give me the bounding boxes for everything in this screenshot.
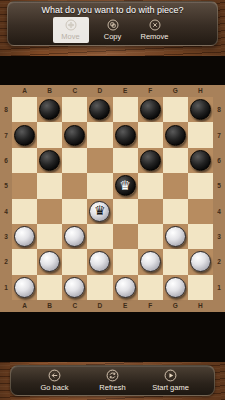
dialog-title: What do you want to do with piece? bbox=[8, 4, 217, 16]
square-H7[interactable] bbox=[188, 122, 213, 147]
file-label-H: H bbox=[188, 85, 213, 97]
square-G8[interactable] bbox=[163, 97, 188, 122]
square-A3[interactable] bbox=[12, 224, 37, 249]
square-F8[interactable] bbox=[138, 97, 163, 122]
rank-label-5: 5 bbox=[213, 173, 225, 198]
square-C2[interactable] bbox=[62, 249, 87, 274]
move-button-label: Move bbox=[61, 32, 79, 41]
black-man-H6[interactable] bbox=[190, 150, 211, 171]
square-G5[interactable] bbox=[163, 173, 188, 198]
square-E8[interactable] bbox=[113, 97, 138, 122]
file-label-C: C bbox=[62, 85, 87, 97]
white-king-D4[interactable]: ♛ bbox=[89, 201, 110, 222]
piece-action-dialog: What do you want to do with piece? Move bbox=[7, 1, 218, 46]
square-G4[interactable] bbox=[163, 199, 188, 224]
file-label-A: A bbox=[12, 300, 37, 312]
rank-label-4: 4 bbox=[0, 199, 12, 224]
square-C6[interactable] bbox=[62, 148, 87, 173]
checkers-board: ABCDEFGH ABCDEFGH 87654321 87654321 ♛♛ bbox=[0, 85, 225, 312]
white-man-E1[interactable] bbox=[115, 277, 136, 298]
black-man-D8[interactable] bbox=[89, 99, 110, 120]
black-man-G7[interactable] bbox=[165, 125, 186, 146]
square-H5[interactable] bbox=[188, 173, 213, 198]
square-H3[interactable] bbox=[188, 224, 213, 249]
file-label-D: D bbox=[87, 85, 112, 97]
white-man-F2[interactable] bbox=[140, 251, 161, 272]
rank-labels-right: 87654321 bbox=[213, 97, 225, 300]
copy-button[interactable]: Copy bbox=[95, 17, 131, 43]
remove-button-label: Remove bbox=[141, 32, 169, 41]
black-man-E7[interactable] bbox=[115, 125, 136, 146]
rank-label-2: 2 bbox=[213, 249, 225, 274]
square-A2[interactable] bbox=[12, 249, 37, 274]
file-label-F: F bbox=[138, 85, 163, 97]
square-H4[interactable] bbox=[188, 199, 213, 224]
go-back-button[interactable]: Go back bbox=[32, 369, 78, 392]
rank-label-5: 5 bbox=[0, 173, 12, 198]
rank-label-2: 2 bbox=[0, 249, 12, 274]
square-E2[interactable] bbox=[113, 249, 138, 274]
start-game-label: Start game bbox=[152, 383, 189, 392]
square-D4[interactable]: ♛ bbox=[87, 199, 112, 224]
square-C1[interactable] bbox=[62, 275, 87, 300]
rank-label-7: 7 bbox=[213, 122, 225, 147]
refresh-label: Refresh bbox=[99, 383, 125, 392]
square-H2[interactable] bbox=[188, 249, 213, 274]
king-crown-icon: ♛ bbox=[119, 179, 131, 193]
play-icon bbox=[164, 369, 177, 382]
black-king-E5[interactable]: ♛ bbox=[115, 175, 136, 196]
square-D6[interactable] bbox=[87, 148, 112, 173]
rank-label-4: 4 bbox=[213, 199, 225, 224]
square-C8[interactable] bbox=[62, 97, 87, 122]
square-D8[interactable] bbox=[87, 97, 112, 122]
file-label-C: C bbox=[62, 300, 87, 312]
refresh-button[interactable]: Refresh bbox=[90, 369, 136, 392]
move-button[interactable]: Move bbox=[53, 17, 89, 43]
black-man-B6[interactable] bbox=[39, 150, 60, 171]
remove-button[interactable]: Remove bbox=[137, 17, 173, 43]
white-man-H2[interactable] bbox=[190, 251, 211, 272]
go-back-label: Go back bbox=[41, 383, 69, 392]
square-E3[interactable] bbox=[113, 224, 138, 249]
king-crown-icon: ♛ bbox=[94, 204, 106, 218]
file-labels-top: ABCDEFGH bbox=[12, 85, 213, 97]
square-E1[interactable] bbox=[113, 275, 138, 300]
square-F2[interactable] bbox=[138, 249, 163, 274]
square-B6[interactable] bbox=[37, 148, 62, 173]
square-C4[interactable] bbox=[62, 199, 87, 224]
square-A4[interactable] bbox=[12, 199, 37, 224]
bottom-toolbar: Go back Refresh Start gam bbox=[10, 365, 215, 396]
square-B8[interactable] bbox=[37, 97, 62, 122]
square-B7[interactable] bbox=[37, 122, 62, 147]
file-label-E: E bbox=[113, 85, 138, 97]
refresh-icon bbox=[106, 369, 119, 382]
square-G2[interactable] bbox=[163, 249, 188, 274]
remove-icon bbox=[149, 19, 161, 31]
square-D3[interactable] bbox=[87, 224, 112, 249]
board-squares: ♛♛ bbox=[12, 97, 213, 300]
white-man-B2[interactable] bbox=[39, 251, 60, 272]
file-label-E: E bbox=[113, 300, 138, 312]
rank-label-6: 6 bbox=[213, 148, 225, 173]
file-label-G: G bbox=[163, 300, 188, 312]
square-F1[interactable] bbox=[138, 275, 163, 300]
square-D1[interactable] bbox=[87, 275, 112, 300]
back-icon bbox=[48, 369, 61, 382]
square-A8[interactable] bbox=[12, 97, 37, 122]
square-A6[interactable] bbox=[12, 148, 37, 173]
square-E4[interactable] bbox=[113, 199, 138, 224]
square-A7[interactable] bbox=[12, 122, 37, 147]
white-man-D2[interactable] bbox=[89, 251, 110, 272]
move-icon bbox=[65, 19, 77, 31]
black-man-A7[interactable] bbox=[14, 125, 35, 146]
rank-label-3: 3 bbox=[213, 224, 225, 249]
copy-button-label: Copy bbox=[104, 32, 122, 41]
square-G7[interactable] bbox=[163, 122, 188, 147]
square-F5[interactable] bbox=[138, 173, 163, 198]
dialog-actions: Move Copy bbox=[8, 17, 217, 43]
black-man-F8[interactable] bbox=[140, 99, 161, 120]
top-wood-background: What do you want to do with piece? Move bbox=[0, 0, 225, 56]
white-man-C3[interactable] bbox=[64, 226, 85, 247]
file-label-B: B bbox=[37, 85, 62, 97]
square-B4[interactable] bbox=[37, 199, 62, 224]
file-label-D: D bbox=[87, 300, 112, 312]
square-E6[interactable] bbox=[113, 148, 138, 173]
white-man-A1[interactable] bbox=[14, 277, 35, 298]
square-G6[interactable] bbox=[163, 148, 188, 173]
start-game-button[interactable]: Start game bbox=[148, 369, 194, 392]
square-A5[interactable] bbox=[12, 173, 37, 198]
square-G3[interactable] bbox=[163, 224, 188, 249]
white-man-A3[interactable] bbox=[14, 226, 35, 247]
square-B3[interactable] bbox=[37, 224, 62, 249]
square-D7[interactable] bbox=[87, 122, 112, 147]
square-H1[interactable] bbox=[188, 275, 213, 300]
rank-label-8: 8 bbox=[213, 97, 225, 122]
square-F6[interactable] bbox=[138, 148, 163, 173]
white-man-G3[interactable] bbox=[165, 226, 186, 247]
square-E7[interactable] bbox=[113, 122, 138, 147]
rank-label-1: 1 bbox=[0, 275, 12, 300]
rank-label-7: 7 bbox=[0, 122, 12, 147]
square-A1[interactable] bbox=[12, 275, 37, 300]
file-label-H: H bbox=[188, 300, 213, 312]
white-man-G1[interactable] bbox=[165, 277, 186, 298]
square-B2[interactable] bbox=[37, 249, 62, 274]
black-man-F6[interactable] bbox=[140, 150, 161, 171]
bottom-wood-background: Go back Refresh Start gam bbox=[0, 362, 225, 400]
square-C3[interactable] bbox=[62, 224, 87, 249]
rank-labels-left: 87654321 bbox=[0, 97, 12, 300]
black-man-H8[interactable] bbox=[190, 99, 211, 120]
square-D5[interactable] bbox=[87, 173, 112, 198]
square-F7[interactable] bbox=[138, 122, 163, 147]
rank-label-3: 3 bbox=[0, 224, 12, 249]
square-B5[interactable] bbox=[37, 173, 62, 198]
square-C5[interactable] bbox=[62, 173, 87, 198]
square-B1[interactable] bbox=[37, 275, 62, 300]
square-H8[interactable] bbox=[188, 97, 213, 122]
rank-label-1: 1 bbox=[213, 275, 225, 300]
white-man-C1[interactable] bbox=[64, 277, 85, 298]
file-label-B: B bbox=[37, 300, 62, 312]
square-G1[interactable] bbox=[163, 275, 188, 300]
square-E5[interactable]: ♛ bbox=[113, 173, 138, 198]
file-label-A: A bbox=[12, 85, 37, 97]
black-man-B8[interactable] bbox=[39, 99, 60, 120]
black-man-C7[interactable] bbox=[64, 125, 85, 146]
square-C7[interactable] bbox=[62, 122, 87, 147]
rank-label-6: 6 bbox=[0, 148, 12, 173]
copy-icon bbox=[107, 19, 119, 31]
file-label-G: G bbox=[163, 85, 188, 97]
file-labels-bottom: ABCDEFGH bbox=[12, 300, 213, 312]
square-F3[interactable] bbox=[138, 224, 163, 249]
square-D2[interactable] bbox=[87, 249, 112, 274]
rank-label-8: 8 bbox=[0, 97, 12, 122]
file-label-F: F bbox=[138, 300, 163, 312]
square-H6[interactable] bbox=[188, 148, 213, 173]
square-F4[interactable] bbox=[138, 199, 163, 224]
